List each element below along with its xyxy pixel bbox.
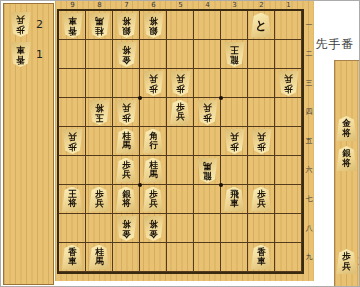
square-1-6[interactable] bbox=[275, 156, 302, 185]
square-4-9[interactable] bbox=[194, 243, 221, 272]
piece-kanji: 兵 bbox=[203, 103, 212, 113]
square-7-2[interactable]: 金将 bbox=[113, 40, 140, 69]
piece-kanji: 馬 bbox=[149, 170, 158, 180]
square-9-1[interactable]: 香車 bbox=[59, 11, 86, 40]
piece-kanji: 兵 bbox=[16, 15, 25, 25]
piece-gote-1-3[interactable]: 歩兵 bbox=[278, 71, 299, 96]
piece-sente-8-7[interactable]: 歩兵 bbox=[89, 187, 110, 212]
square-8-5[interactable] bbox=[86, 127, 113, 156]
piece-kanji: 車 bbox=[68, 257, 77, 267]
piece-kanji: 兵 bbox=[257, 132, 266, 142]
square-6-4[interactable] bbox=[140, 98, 167, 127]
square-3-2[interactable]: 龍王 bbox=[221, 40, 248, 69]
piece-sente-2-1[interactable]: と bbox=[251, 13, 272, 38]
piece-gote-6-8[interactable]: 金将 bbox=[143, 216, 164, 241]
square-1-2[interactable] bbox=[275, 40, 302, 69]
square-8-1[interactable]: 桂馬 bbox=[86, 11, 113, 40]
piece-sente-3-7[interactable]: 飛車 bbox=[224, 187, 245, 212]
piece-kanji: 兵 bbox=[149, 74, 158, 84]
sente-hand-piece-3[interactable]: 歩兵 bbox=[336, 249, 357, 274]
square-4-1[interactable] bbox=[194, 11, 221, 40]
piece-kanji: 兵 bbox=[68, 132, 77, 142]
gote-hand-piece-2[interactable]: 香車 bbox=[10, 42, 31, 67]
piece-gote-2-5[interactable]: 歩兵 bbox=[251, 129, 272, 154]
hoshi-dot-1 bbox=[138, 96, 142, 100]
piece-gote-4-6[interactable]: 龍馬 bbox=[197, 158, 218, 183]
square-7-7[interactable]: 銀将 bbox=[113, 185, 140, 214]
square-4-7[interactable] bbox=[194, 185, 221, 214]
hoshi-dot-4 bbox=[219, 183, 223, 187]
rank-label-4: 四 bbox=[304, 98, 314, 127]
piece-gote-8-4[interactable]: 玉将 bbox=[89, 100, 110, 125]
square-6-2[interactable] bbox=[140, 40, 167, 69]
piece-kanji: 兵 bbox=[149, 199, 158, 209]
rank-label-8: 八 bbox=[304, 214, 314, 243]
piece-gote-3-5[interactable]: 歩兵 bbox=[224, 129, 245, 154]
square-4-5[interactable] bbox=[194, 127, 221, 156]
piece-kanji: 車 bbox=[16, 45, 25, 55]
piece-kanji: 兵 bbox=[95, 199, 104, 209]
piece-sente-6-5[interactable]: 角行 bbox=[143, 129, 164, 154]
square-8-6[interactable] bbox=[86, 156, 113, 185]
piece-sente-5-4[interactable]: 歩兵 bbox=[170, 100, 191, 125]
turn-indicator: 先手番 bbox=[309, 36, 360, 53]
piece-kanji: 将 bbox=[122, 45, 131, 55]
square-1-3[interactable]: 歩兵 bbox=[275, 69, 302, 98]
square-6-3[interactable]: 歩兵 bbox=[140, 69, 167, 98]
piece-kanji: 将 bbox=[122, 16, 131, 26]
piece-kanji: 将 bbox=[95, 103, 104, 113]
piece-kanji: と bbox=[255, 18, 267, 32]
piece-kanji: 馬 bbox=[95, 257, 104, 267]
square-5-7[interactable] bbox=[167, 185, 194, 214]
rank-label-7: 七 bbox=[304, 185, 314, 214]
square-1-7[interactable] bbox=[275, 185, 302, 214]
rank-label-9: 九 bbox=[304, 243, 314, 272]
piece-kanji: 兵 bbox=[342, 262, 351, 272]
square-9-9[interactable]: 香車 bbox=[59, 243, 86, 272]
square-1-9[interactable] bbox=[275, 243, 302, 272]
piece-gote-6-1[interactable]: 銀将 bbox=[143, 13, 164, 38]
piece-sente-2-7[interactable]: 歩兵 bbox=[251, 187, 272, 212]
square-9-2[interactable] bbox=[59, 40, 86, 69]
piece-kanji: 将 bbox=[122, 219, 131, 229]
square-2-6[interactable] bbox=[248, 156, 275, 185]
square-4-3[interactable] bbox=[194, 69, 221, 98]
piece-gote-5-3[interactable]: 歩兵 bbox=[170, 71, 191, 96]
square-2-2[interactable] bbox=[248, 40, 275, 69]
piece-kanji: 行 bbox=[149, 141, 158, 151]
sente-hand-piece-1[interactable]: 金将 bbox=[336, 116, 357, 141]
square-2-3[interactable] bbox=[248, 69, 275, 98]
piece-kanji: 兵 bbox=[284, 74, 293, 84]
piece-kanji: 将 bbox=[342, 159, 351, 169]
square-5-3[interactable]: 歩兵 bbox=[167, 69, 194, 98]
board-grid: 香車桂馬銀将銀将と金将龍王歩兵歩兵歩兵玉将歩兵歩兵歩兵歩兵桂馬角行歩兵歩兵歩兵桂… bbox=[57, 9, 304, 274]
gote-hand-slot-2: 香車1 bbox=[10, 42, 43, 67]
square-6-7[interactable]: 歩兵 bbox=[140, 185, 167, 214]
piece-gote-7-4[interactable]: 歩兵 bbox=[116, 100, 137, 125]
piece-kanji: 王 bbox=[230, 45, 239, 55]
square-6-5[interactable]: 角行 bbox=[140, 127, 167, 156]
sente-hand-slot-2: 銀将1 bbox=[336, 146, 360, 171]
square-2-7[interactable]: 歩兵 bbox=[248, 185, 275, 214]
sente-hand-slot-1: 金将1 bbox=[336, 116, 360, 141]
square-7-1[interactable]: 銀将 bbox=[113, 11, 140, 40]
board-panel: 987654321 一二三四五六七八九 香車桂馬銀将銀将と金将龍王歩兵歩兵歩兵玉… bbox=[55, 1, 314, 281]
piece-kanji: 歩 bbox=[16, 25, 25, 35]
square-3-6[interactable] bbox=[221, 156, 248, 185]
gote-hand-count-1: 2 bbox=[36, 18, 43, 31]
piece-kanji: 将 bbox=[149, 16, 158, 26]
square-7-3[interactable] bbox=[113, 69, 140, 98]
piece-sente-6-6[interactable]: 桂馬 bbox=[143, 158, 164, 183]
piece-kanji: 馬 bbox=[95, 16, 104, 26]
square-5-1[interactable] bbox=[167, 11, 194, 40]
square-9-7[interactable]: 王将 bbox=[59, 185, 86, 214]
square-9-3[interactable] bbox=[59, 69, 86, 98]
rank-label-6: 六 bbox=[304, 156, 314, 185]
piece-kanji: 兵 bbox=[230, 132, 239, 142]
square-2-4[interactable] bbox=[248, 98, 275, 127]
piece-gote-7-2[interactable]: 金将 bbox=[116, 42, 137, 67]
square-5-5[interactable] bbox=[167, 127, 194, 156]
piece-kanji: 兵 bbox=[176, 112, 185, 122]
square-4-8[interactable] bbox=[194, 214, 221, 243]
square-3-1[interactable] bbox=[221, 11, 248, 40]
square-7-5[interactable]: 桂馬 bbox=[113, 127, 140, 156]
square-7-6[interactable]: 歩兵 bbox=[113, 156, 140, 185]
sente-hand-tray: 金将1銀将1歩兵2 bbox=[334, 60, 360, 287]
sente-hand-piece-2[interactable]: 銀将 bbox=[336, 146, 357, 171]
piece-kanji: 将 bbox=[68, 199, 77, 209]
piece-kanji: 馬 bbox=[122, 141, 131, 151]
piece-kanji: 将 bbox=[122, 199, 131, 209]
square-3-4[interactable] bbox=[221, 98, 248, 127]
square-3-3[interactable] bbox=[221, 69, 248, 98]
rank-label-5: 五 bbox=[304, 127, 314, 156]
piece-sente-7-7[interactable]: 銀将 bbox=[116, 187, 137, 212]
shogi-app: 歩兵2香車1 987654321 一二三四五六七八九 香車桂馬銀将銀将と金将龍王… bbox=[0, 0, 360, 287]
piece-kanji: 兵 bbox=[122, 170, 131, 180]
piece-gote-9-1[interactable]: 香車 bbox=[62, 13, 83, 38]
piece-gote-3-2[interactable]: 龍王 bbox=[224, 42, 245, 67]
square-1-5[interactable] bbox=[275, 127, 302, 156]
square-4-4[interactable]: 歩兵 bbox=[194, 98, 221, 127]
hoshi-dot-2 bbox=[219, 96, 223, 100]
gote-hand-tray: 歩兵2香車1 bbox=[3, 3, 54, 285]
piece-gote-8-1[interactable]: 桂馬 bbox=[89, 13, 110, 38]
hoshi-dot-3 bbox=[138, 183, 142, 187]
piece-sente-8-9[interactable]: 桂馬 bbox=[89, 245, 110, 270]
square-9-4[interactable] bbox=[59, 98, 86, 127]
sente-hand-slot-3: 歩兵2 bbox=[336, 249, 360, 274]
piece-gote-7-1[interactable]: 銀将 bbox=[116, 13, 137, 38]
piece-sente-7-6[interactable]: 歩兵 bbox=[116, 158, 137, 183]
piece-sente-6-7[interactable]: 歩兵 bbox=[143, 187, 164, 212]
square-8-4[interactable]: 玉将 bbox=[86, 98, 113, 127]
piece-kanji: 車 bbox=[68, 16, 77, 26]
square-9-8[interactable] bbox=[59, 214, 86, 243]
square-6-6[interactable]: 桂馬 bbox=[140, 156, 167, 185]
square-8-7[interactable]: 歩兵 bbox=[86, 185, 113, 214]
square-8-8[interactable] bbox=[86, 214, 113, 243]
piece-gote-4-4[interactable]: 歩兵 bbox=[197, 100, 218, 125]
piece-kanji: 兵 bbox=[176, 74, 185, 84]
piece-gote-9-5[interactable]: 歩兵 bbox=[62, 129, 83, 154]
gote-hand-count-2: 1 bbox=[36, 48, 43, 61]
square-9-6[interactable] bbox=[59, 156, 86, 185]
square-1-4[interactable] bbox=[275, 98, 302, 127]
square-3-8[interactable] bbox=[221, 214, 248, 243]
square-2-1[interactable]: と bbox=[248, 11, 275, 40]
square-3-9[interactable] bbox=[221, 243, 248, 272]
square-5-8[interactable] bbox=[167, 214, 194, 243]
square-8-2[interactable] bbox=[86, 40, 113, 69]
gote-hand-slot-1: 歩兵2 bbox=[10, 12, 43, 37]
piece-kanji: 将 bbox=[342, 129, 351, 139]
piece-sente-2-9[interactable]: 香車 bbox=[251, 245, 272, 270]
piece-sente-9-9[interactable]: 香車 bbox=[62, 245, 83, 270]
square-7-4[interactable]: 歩兵 bbox=[113, 98, 140, 127]
square-5-6[interactable] bbox=[167, 156, 194, 185]
square-9-5[interactable]: 歩兵 bbox=[59, 127, 86, 156]
piece-kanji: 将 bbox=[149, 219, 158, 229]
square-2-8[interactable] bbox=[248, 214, 275, 243]
square-3-7[interactable]: 飛車 bbox=[221, 185, 248, 214]
piece-kanji: 香 bbox=[16, 55, 25, 65]
piece-kanji: 車 bbox=[230, 199, 239, 209]
square-6-8[interactable]: 金将 bbox=[140, 214, 167, 243]
rank-label-3: 三 bbox=[304, 69, 314, 98]
square-5-4[interactable]: 歩兵 bbox=[167, 98, 194, 127]
piece-kanji: 馬 bbox=[203, 161, 212, 171]
square-1-8[interactable] bbox=[275, 214, 302, 243]
square-5-2[interactable] bbox=[167, 40, 194, 69]
square-5-9[interactable] bbox=[167, 243, 194, 272]
piece-kanji: 兵 bbox=[122, 103, 131, 113]
square-2-9[interactable]: 香車 bbox=[248, 243, 275, 272]
square-7-8[interactable]: 金将 bbox=[113, 214, 140, 243]
piece-kanji: 車 bbox=[257, 257, 266, 267]
square-6-1[interactable]: 銀将 bbox=[140, 11, 167, 40]
square-8-9[interactable]: 桂馬 bbox=[86, 243, 113, 272]
piece-gote-7-8[interactable]: 金将 bbox=[116, 216, 137, 241]
square-4-6[interactable]: 龍馬 bbox=[194, 156, 221, 185]
square-3-5[interactable]: 歩兵 bbox=[221, 127, 248, 156]
square-7-9[interactable] bbox=[113, 243, 140, 272]
gote-hand-piece-1[interactable]: 歩兵 bbox=[10, 12, 31, 37]
piece-gote-6-3[interactable]: 歩兵 bbox=[143, 71, 164, 96]
piece-sente-9-7[interactable]: 王将 bbox=[62, 187, 83, 212]
square-1-1[interactable] bbox=[275, 11, 302, 40]
piece-sente-7-5[interactable]: 桂馬 bbox=[116, 129, 137, 154]
square-6-9[interactable] bbox=[140, 243, 167, 272]
piece-kanji: 兵 bbox=[257, 199, 266, 209]
square-8-3[interactable] bbox=[86, 69, 113, 98]
square-2-5[interactable]: 歩兵 bbox=[248, 127, 275, 156]
square-4-2[interactable] bbox=[194, 40, 221, 69]
